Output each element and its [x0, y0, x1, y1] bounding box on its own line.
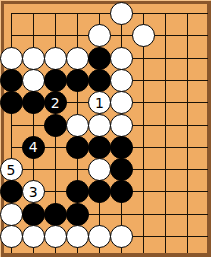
grid-line-vertical: [165, 13, 166, 253]
go-board: 21453: [0, 0, 211, 257]
white-stone: [110, 225, 133, 248]
black-stone: [88, 69, 111, 92]
black-stone: [22, 203, 45, 226]
black-stone: [88, 47, 111, 70]
white-stone: [110, 2, 133, 25]
black-stone-move-4: 4: [22, 136, 45, 159]
white-stone: [22, 69, 45, 92]
grid-line-vertical: [187, 13, 188, 253]
black-stone: [88, 136, 111, 159]
black-stone: [44, 114, 67, 137]
black-stone: [0, 180, 23, 203]
white-stone: [110, 69, 133, 92]
white-stone: [110, 47, 133, 70]
white-stone-move-3: 3: [22, 180, 45, 203]
move-number: 5: [7, 163, 16, 177]
white-stone: [22, 225, 45, 248]
white-stone: [110, 114, 133, 137]
white-stone: [88, 225, 111, 248]
black-stone: [66, 69, 89, 92]
white-stone: [66, 47, 89, 70]
black-stone: [110, 158, 133, 181]
black-stone: [66, 136, 89, 159]
white-stone: [88, 114, 111, 137]
white-stone: [0, 203, 23, 226]
move-number: 1: [95, 96, 104, 110]
black-stone: [0, 91, 23, 114]
black-stone: [22, 91, 45, 114]
white-stone-move-5: 5: [0, 158, 23, 181]
move-number: 3: [29, 185, 38, 199]
black-stone: [110, 136, 133, 159]
white-stone: [44, 225, 67, 248]
white-stone: [0, 225, 23, 248]
board-frame-bottom: [1, 253, 211, 257]
grid-line-horizontal: [11, 13, 208, 14]
white-stone: [22, 47, 45, 70]
white-stone: [66, 114, 89, 137]
white-stone: [88, 158, 111, 181]
board-frame-right: [207, 1, 211, 257]
white-stone-move-1: 1: [88, 91, 111, 114]
board-frame-top: [1, 1, 211, 4]
grid-line-vertical: [143, 13, 144, 253]
black-stone-move-2: 2: [44, 91, 67, 114]
black-stone: [0, 69, 23, 92]
white-stone: [0, 47, 23, 70]
black-stone: [44, 203, 67, 226]
move-number: 4: [29, 140, 38, 154]
move-number: 2: [51, 96, 60, 110]
white-stone: [66, 225, 89, 248]
black-stone: [44, 69, 67, 92]
black-stone: [66, 203, 89, 226]
white-stone: [44, 47, 67, 70]
